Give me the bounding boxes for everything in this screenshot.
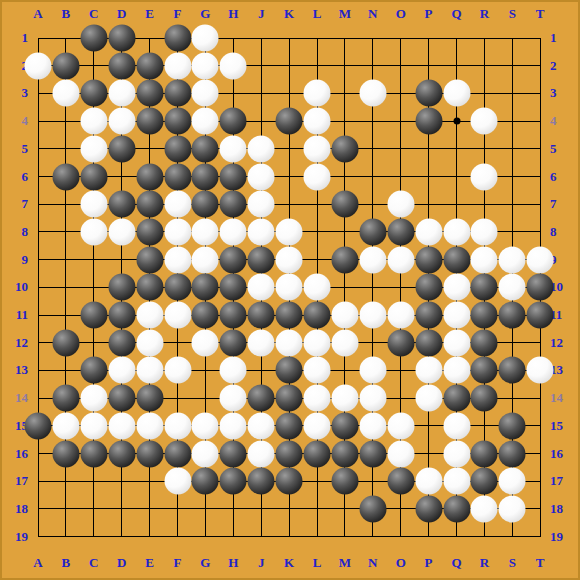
col-label-top: Q [451, 7, 461, 21]
stone-black[interactable] [108, 385, 135, 412]
stone-white[interactable] [80, 191, 107, 218]
stone-black[interactable] [248, 246, 275, 273]
row-label-right: 17 [550, 474, 574, 488]
stone-white[interactable] [220, 357, 247, 384]
stone-black[interactable] [80, 163, 107, 190]
stone-black[interactable] [331, 440, 358, 467]
stone-white[interactable] [220, 218, 247, 245]
stone-white[interactable] [331, 302, 358, 329]
stone-black[interactable] [220, 302, 247, 329]
stone-white[interactable] [443, 218, 470, 245]
col-label-bottom: D [117, 556, 126, 570]
stone-black[interactable] [25, 412, 52, 439]
stone-black[interactable] [52, 440, 79, 467]
stone-white[interactable] [108, 108, 135, 135]
stone-black[interactable] [248, 468, 275, 495]
stone-black[interactable] [443, 495, 470, 522]
stone-white[interactable] [248, 135, 275, 162]
stone-white[interactable] [164, 191, 191, 218]
row-label-left: 1 [4, 31, 28, 45]
stone-black[interactable] [164, 25, 191, 52]
stone-white[interactable] [359, 302, 386, 329]
stone-white[interactable] [415, 385, 442, 412]
stone-black[interactable] [136, 246, 163, 273]
stone-black[interactable] [108, 329, 135, 356]
stone-black[interactable] [192, 191, 219, 218]
stone-white[interactable] [248, 163, 275, 190]
stone-white[interactable] [164, 302, 191, 329]
stone-white[interactable] [192, 52, 219, 79]
col-label-top: B [62, 7, 71, 21]
stone-white[interactable] [304, 163, 331, 190]
stone-white[interactable] [387, 440, 414, 467]
row-label-left: 5 [4, 142, 28, 156]
col-label-bottom: C [89, 556, 98, 570]
stone-white[interactable] [471, 163, 498, 190]
col-label-top: C [89, 7, 98, 21]
col-label-top: H [228, 7, 238, 21]
row-label-left: 3 [4, 86, 28, 100]
stone-white[interactable] [443, 274, 470, 301]
stone-white[interactable] [248, 440, 275, 467]
stone-white[interactable] [248, 412, 275, 439]
stone-black[interactable] [415, 80, 442, 107]
col-label-top: K [284, 7, 294, 21]
go-board[interactable]: AA11BB22CC33DD44EE55FF66GG77HH88JJ99KK10… [0, 0, 580, 580]
stone-white[interactable] [304, 135, 331, 162]
stone-black[interactable] [471, 440, 498, 467]
stone-black[interactable] [415, 302, 442, 329]
stone-white[interactable] [443, 302, 470, 329]
stone-black[interactable] [387, 468, 414, 495]
stone-white[interactable] [80, 412, 107, 439]
stone-white[interactable] [387, 191, 414, 218]
stone-white[interactable] [220, 385, 247, 412]
stone-black[interactable] [304, 440, 331, 467]
stone-white[interactable] [471, 218, 498, 245]
stone-black[interactable] [192, 468, 219, 495]
stone-white[interactable] [304, 108, 331, 135]
stone-white[interactable] [25, 52, 52, 79]
stone-black[interactable] [276, 108, 303, 135]
stone-black[interactable] [108, 52, 135, 79]
star-point [453, 118, 460, 125]
col-label-bottom: L [313, 556, 322, 570]
stone-white[interactable] [248, 218, 275, 245]
stone-white[interactable] [471, 108, 498, 135]
stone-black[interactable] [331, 412, 358, 439]
stone-black[interactable] [471, 357, 498, 384]
stone-black[interactable] [415, 274, 442, 301]
stone-black[interactable] [276, 412, 303, 439]
stone-black[interactable] [136, 108, 163, 135]
stone-black[interactable] [359, 495, 386, 522]
stone-white[interactable] [387, 246, 414, 273]
row-label-right: 4 [550, 114, 574, 128]
stone-black[interactable] [220, 440, 247, 467]
stone-white[interactable] [220, 412, 247, 439]
stone-black[interactable] [164, 440, 191, 467]
col-label-top: F [174, 7, 182, 21]
stone-white[interactable] [192, 412, 219, 439]
stone-black[interactable] [248, 302, 275, 329]
stone-black[interactable] [471, 329, 498, 356]
stone-black[interactable] [276, 357, 303, 384]
row-label-left: 11 [4, 308, 28, 322]
stone-white[interactable] [136, 302, 163, 329]
stone-black[interactable] [136, 274, 163, 301]
stone-white[interactable] [136, 412, 163, 439]
row-label-right: 16 [550, 447, 574, 461]
stone-black[interactable] [220, 246, 247, 273]
stone-black[interactable] [192, 135, 219, 162]
stone-white[interactable] [276, 274, 303, 301]
row-label-left: 6 [4, 170, 28, 184]
stone-black[interactable] [80, 80, 107, 107]
stone-white[interactable] [443, 329, 470, 356]
stone-white[interactable] [108, 357, 135, 384]
col-label-bottom: F [174, 556, 182, 570]
row-label-left: 13 [4, 363, 28, 377]
stone-black[interactable] [164, 80, 191, 107]
stone-white[interactable] [164, 357, 191, 384]
stone-black[interactable] [443, 385, 470, 412]
stone-black[interactable] [415, 495, 442, 522]
stone-black[interactable] [80, 440, 107, 467]
stone-black[interactable] [276, 440, 303, 467]
stone-black[interactable] [415, 246, 442, 273]
col-label-bottom: N [368, 556, 377, 570]
stone-white[interactable] [220, 52, 247, 79]
col-label-bottom: B [62, 556, 71, 570]
stone-black[interactable] [108, 25, 135, 52]
grid-line-h [38, 536, 540, 537]
stone-white[interactable] [359, 357, 386, 384]
row-label-right: 2 [550, 59, 574, 73]
stone-black[interactable] [248, 385, 275, 412]
stone-white[interactable] [192, 80, 219, 107]
row-label-left: 19 [4, 530, 28, 544]
stone-black[interactable] [192, 163, 219, 190]
stone-black[interactable] [499, 357, 526, 384]
stone-white[interactable] [443, 412, 470, 439]
stone-black[interactable] [108, 191, 135, 218]
stone-black[interactable] [164, 108, 191, 135]
stone-white[interactable] [499, 495, 526, 522]
stone-black[interactable] [108, 274, 135, 301]
stone-white[interactable] [164, 412, 191, 439]
stone-white[interactable] [136, 329, 163, 356]
stone-black[interactable] [192, 302, 219, 329]
stone-black[interactable] [331, 468, 358, 495]
stone-white[interactable] [52, 412, 79, 439]
stone-white[interactable] [108, 218, 135, 245]
stone-black[interactable] [527, 302, 554, 329]
col-label-top: S [509, 7, 516, 21]
stone-black[interactable] [331, 246, 358, 273]
stone-white[interactable] [443, 80, 470, 107]
stone-black[interactable] [220, 468, 247, 495]
stone-black[interactable] [136, 440, 163, 467]
stone-white[interactable] [527, 357, 554, 384]
stone-white[interactable] [415, 468, 442, 495]
stone-black[interactable] [192, 274, 219, 301]
col-label-top: R [480, 7, 489, 21]
stone-white[interactable] [359, 80, 386, 107]
row-label-right: 12 [550, 336, 574, 350]
col-label-top: P [425, 7, 433, 21]
stone-white[interactable] [108, 80, 135, 107]
stone-white[interactable] [164, 246, 191, 273]
row-label-left: 12 [4, 336, 28, 350]
stone-black[interactable] [499, 302, 526, 329]
stone-black[interactable] [220, 191, 247, 218]
row-label-right: 18 [550, 502, 574, 516]
stone-black[interactable] [220, 108, 247, 135]
stone-white[interactable] [471, 246, 498, 273]
stone-black[interactable] [80, 25, 107, 52]
stone-white[interactable] [499, 246, 526, 273]
stone-white[interactable] [304, 357, 331, 384]
row-label-right: 14 [550, 391, 574, 405]
stone-white[interactable] [304, 412, 331, 439]
stone-white[interactable] [304, 274, 331, 301]
col-label-bottom: A [33, 556, 42, 570]
stone-white[interactable] [80, 218, 107, 245]
stone-white[interactable] [415, 357, 442, 384]
stone-white[interactable] [52, 80, 79, 107]
col-label-bottom: Q [451, 556, 461, 570]
row-label-right: 3 [550, 86, 574, 100]
stone-black[interactable] [276, 302, 303, 329]
stone-white[interactable] [471, 495, 498, 522]
col-label-top: E [145, 7, 154, 21]
stone-white[interactable] [276, 246, 303, 273]
stone-black[interactable] [220, 163, 247, 190]
stone-black[interactable] [164, 135, 191, 162]
row-label-left: 18 [4, 502, 28, 516]
stone-black[interactable] [136, 52, 163, 79]
stone-white[interactable] [276, 329, 303, 356]
stone-black[interactable] [499, 440, 526, 467]
col-label-top: N [368, 7, 377, 21]
stone-black[interactable] [80, 357, 107, 384]
stone-white[interactable] [499, 274, 526, 301]
stone-black[interactable] [136, 80, 163, 107]
stone-white[interactable] [359, 246, 386, 273]
col-label-bottom: O [396, 556, 406, 570]
col-label-bottom: J [258, 556, 265, 570]
col-label-bottom: P [425, 556, 433, 570]
stone-black[interactable] [220, 274, 247, 301]
stone-black[interactable] [443, 246, 470, 273]
stone-white[interactable] [387, 412, 414, 439]
stone-black[interactable] [331, 135, 358, 162]
stone-black[interactable] [499, 412, 526, 439]
stone-white[interactable] [443, 357, 470, 384]
col-label-top: D [117, 7, 126, 21]
stone-black[interactable] [52, 163, 79, 190]
stone-black[interactable] [276, 468, 303, 495]
stone-white[interactable] [80, 108, 107, 135]
stone-black[interactable] [276, 385, 303, 412]
row-label-right: 7 [550, 197, 574, 211]
stone-black[interactable] [108, 302, 135, 329]
stone-white[interactable] [359, 385, 386, 412]
stone-white[interactable] [304, 80, 331, 107]
stone-black[interactable] [136, 385, 163, 412]
stone-black[interactable] [136, 163, 163, 190]
row-label-left: 17 [4, 474, 28, 488]
row-label-right: 15 [550, 419, 574, 433]
stone-black[interactable] [359, 440, 386, 467]
row-label-right: 6 [550, 170, 574, 184]
stone-black[interactable] [387, 218, 414, 245]
stone-white[interactable] [415, 218, 442, 245]
col-label-bottom: K [284, 556, 294, 570]
stone-white[interactable] [192, 108, 219, 135]
stone-black[interactable] [471, 385, 498, 412]
stone-white[interactable] [331, 329, 358, 356]
col-label-bottom: R [480, 556, 489, 570]
stone-white[interactable] [248, 274, 275, 301]
stone-white[interactable] [80, 385, 107, 412]
stone-white[interactable] [304, 329, 331, 356]
stone-black[interactable] [527, 274, 554, 301]
row-label-right: 5 [550, 142, 574, 156]
col-label-bottom: G [200, 556, 210, 570]
stone-black[interactable] [471, 274, 498, 301]
row-label-left: 14 [4, 391, 28, 405]
stone-black[interactable] [387, 329, 414, 356]
row-label-right: 8 [550, 225, 574, 239]
stone-white[interactable] [192, 218, 219, 245]
col-label-top: A [33, 7, 42, 21]
stone-white[interactable] [443, 440, 470, 467]
stone-white[interactable] [136, 357, 163, 384]
stone-white[interactable] [108, 412, 135, 439]
stone-black[interactable] [136, 191, 163, 218]
stone-black[interactable] [415, 108, 442, 135]
stone-white[interactable] [248, 191, 275, 218]
stone-black[interactable] [164, 163, 191, 190]
stone-black[interactable] [80, 302, 107, 329]
stone-white[interactable] [527, 246, 554, 273]
stone-black[interactable] [52, 52, 79, 79]
stone-black[interactable] [52, 329, 79, 356]
stone-white[interactable] [192, 440, 219, 467]
stone-white[interactable] [192, 25, 219, 52]
stone-black[interactable] [52, 385, 79, 412]
col-label-top: O [396, 7, 406, 21]
row-label-left: 4 [4, 114, 28, 128]
col-label-top: J [258, 7, 265, 21]
stone-black[interactable] [471, 468, 498, 495]
stone-black[interactable] [471, 302, 498, 329]
row-label-right: 19 [550, 530, 574, 544]
stone-white[interactable] [220, 135, 247, 162]
stone-white[interactable] [359, 412, 386, 439]
row-label-left: 8 [4, 225, 28, 239]
stone-white[interactable] [164, 468, 191, 495]
stone-white[interactable] [80, 135, 107, 162]
row-label-left: 7 [4, 197, 28, 211]
stone-black[interactable] [415, 329, 442, 356]
row-label-left: 9 [4, 253, 28, 267]
col-label-top: M [339, 7, 351, 21]
stone-black[interactable] [164, 274, 191, 301]
stone-white[interactable] [304, 385, 331, 412]
col-label-bottom: M [339, 556, 351, 570]
stone-black[interactable] [220, 329, 247, 356]
col-label-bottom: T [536, 556, 545, 570]
row-label-left: 10 [4, 280, 28, 294]
stone-white[interactable] [331, 385, 358, 412]
stone-white[interactable] [248, 329, 275, 356]
col-label-top: L [313, 7, 322, 21]
stone-white[interactable] [164, 52, 191, 79]
col-label-bottom: S [509, 556, 516, 570]
stone-black[interactable] [304, 302, 331, 329]
stone-black[interactable] [108, 440, 135, 467]
stone-black[interactable] [108, 135, 135, 162]
stone-white[interactable] [443, 468, 470, 495]
stone-black[interactable] [359, 218, 386, 245]
stone-black[interactable] [331, 191, 358, 218]
stone-white[interactable] [276, 218, 303, 245]
stone-white[interactable] [192, 246, 219, 273]
stone-white[interactable] [192, 329, 219, 356]
col-label-bottom: E [145, 556, 154, 570]
col-label-top: G [200, 7, 210, 21]
stone-white[interactable] [499, 468, 526, 495]
stone-white[interactable] [164, 218, 191, 245]
col-label-top: T [536, 7, 545, 21]
row-label-right: 1 [550, 31, 574, 45]
stone-white[interactable] [387, 302, 414, 329]
col-label-bottom: H [228, 556, 238, 570]
stone-black[interactable] [136, 218, 163, 245]
row-label-left: 16 [4, 447, 28, 461]
